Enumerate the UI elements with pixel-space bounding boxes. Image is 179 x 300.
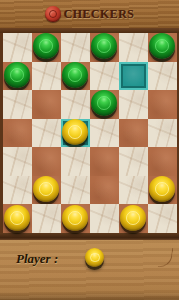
yellow-piece[interactable] <box>120 205 146 231</box>
square-r6c1[interactable] <box>32 204 61 233</box>
square-r3c2[interactable] <box>61 119 90 148</box>
square-r0c2[interactable] <box>61 33 90 62</box>
square-r6c4[interactable] <box>119 204 148 233</box>
square-r5c4[interactable] <box>119 176 148 205</box>
square-r2c2[interactable] <box>61 90 90 119</box>
square-r4c1[interactable] <box>32 147 61 176</box>
header-bar: CHECKERS <box>0 0 179 28</box>
square-r3c4[interactable] <box>119 119 148 148</box>
square-r3c1[interactable] <box>32 119 61 148</box>
square-r0c4[interactable] <box>119 33 148 62</box>
green-piece[interactable] <box>62 62 88 88</box>
yellow-piece[interactable] <box>149 176 175 202</box>
square-r4c0[interactable] <box>3 147 32 176</box>
square-r5c0[interactable] <box>3 176 32 205</box>
green-piece[interactable] <box>33 33 59 59</box>
square-r0c0[interactable] <box>3 33 32 62</box>
square-r3c3[interactable] <box>90 119 119 148</box>
square-r1c4[interactable] <box>119 62 148 91</box>
app-title: CHECKERS <box>64 8 135 20</box>
green-piece[interactable] <box>91 33 117 59</box>
yellow-piece[interactable] <box>33 176 59 202</box>
wood-scratch-decoration <box>158 246 174 269</box>
board-frame <box>0 33 179 233</box>
square-r4c2[interactable] <box>61 147 90 176</box>
square-r1c2[interactable] <box>61 62 90 91</box>
footer-bar: Player : <box>0 240 179 300</box>
player-turn-piece-yellow <box>85 248 104 267</box>
square-r5c2[interactable] <box>61 176 90 205</box>
square-r1c5[interactable] <box>148 62 177 91</box>
square-r1c0[interactable] <box>3 62 32 91</box>
green-piece[interactable] <box>149 33 175 59</box>
square-r4c5[interactable] <box>148 147 177 176</box>
square-r3c0[interactable] <box>3 119 32 148</box>
wax-seal-icon <box>45 6 61 22</box>
checkers-app: CHECKERS Player : <box>0 0 179 300</box>
green-piece[interactable] <box>4 62 30 88</box>
square-r2c5[interactable] <box>148 90 177 119</box>
player-turn-label: Player : <box>16 251 58 266</box>
square-r4c4[interactable] <box>119 147 148 176</box>
square-r1c1[interactable] <box>32 62 61 91</box>
square-r6c3[interactable] <box>90 204 119 233</box>
square-r2c1[interactable] <box>32 90 61 119</box>
square-r2c0[interactable] <box>3 90 32 119</box>
square-r2c3[interactable] <box>90 90 119 119</box>
yellow-piece[interactable] <box>62 205 88 231</box>
square-r0c5[interactable] <box>148 33 177 62</box>
square-r0c1[interactable] <box>32 33 61 62</box>
checkers-board <box>3 33 177 233</box>
square-r5c1[interactable] <box>32 176 61 205</box>
square-r2c4[interactable] <box>119 90 148 119</box>
square-r6c5[interactable] <box>148 204 177 233</box>
square-r0c3[interactable] <box>90 33 119 62</box>
square-r3c5[interactable] <box>148 119 177 148</box>
yellow-piece[interactable] <box>62 119 88 145</box>
green-piece[interactable] <box>91 90 117 116</box>
square-r6c2[interactable] <box>61 204 90 233</box>
yellow-piece[interactable] <box>4 205 30 231</box>
square-r4c3[interactable] <box>90 147 119 176</box>
square-r5c3[interactable] <box>90 176 119 205</box>
square-r6c0[interactable] <box>3 204 32 233</box>
square-r5c5[interactable] <box>148 176 177 205</box>
board-frame-bottom <box>0 233 179 240</box>
square-r1c3[interactable] <box>90 62 119 91</box>
